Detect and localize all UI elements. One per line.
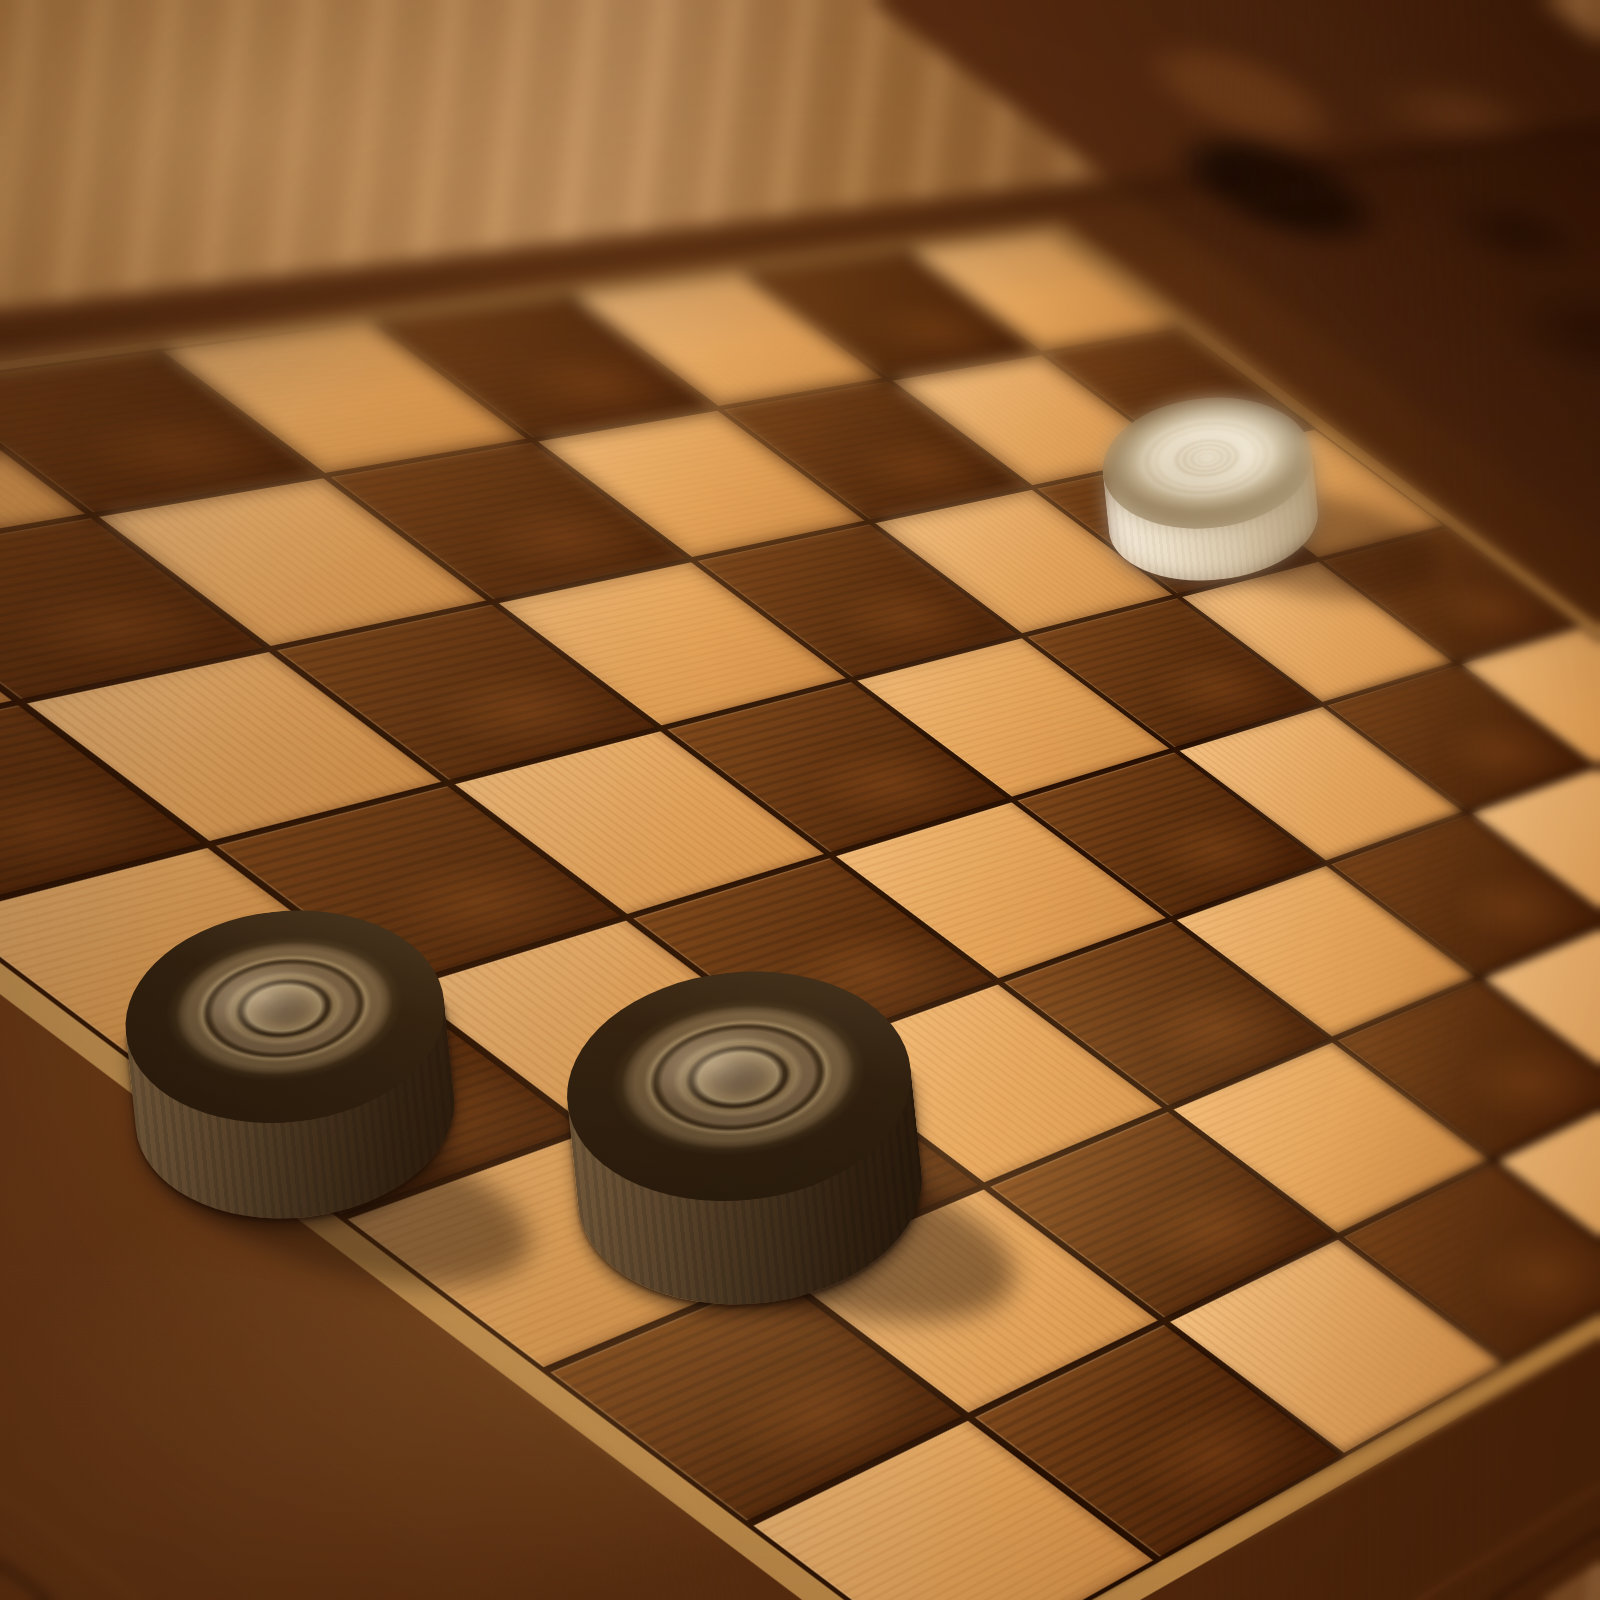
black-checker-b3[interactable] xyxy=(556,955,934,1321)
black-checker-a4[interactable] xyxy=(115,895,465,1234)
white-checker-g6[interactable] xyxy=(1096,388,1324,591)
photo-of-checkers-board xyxy=(0,0,1600,1600)
